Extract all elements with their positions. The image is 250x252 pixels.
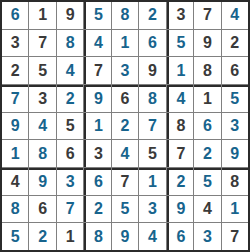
sudoku-cell-r5c5[interactable]: 2 bbox=[112, 113, 138, 140]
sudoku-cell-r7c4[interactable]: 6 bbox=[84, 168, 110, 195]
sudoku-cell-r1c2[interactable]: 1 bbox=[29, 2, 55, 29]
sudoku-cell-r2c7[interactable]: 5 bbox=[167, 30, 193, 57]
sudoku-cell-r3c4[interactable]: 7 bbox=[84, 57, 110, 84]
sudoku-cell-r1c1[interactable]: 6 bbox=[2, 2, 28, 29]
sudoku-cell-r7c3[interactable]: 3 bbox=[57, 168, 83, 195]
sudoku-cell-r4c7[interactable]: 4 bbox=[167, 85, 193, 112]
sudoku-cell-r2c2[interactable]: 7 bbox=[29, 30, 55, 57]
sudoku-cell-r1c4[interactable]: 5 bbox=[84, 2, 110, 29]
sudoku-cell-r2c3[interactable]: 8 bbox=[57, 30, 83, 57]
sudoku-cell-r2c4[interactable]: 4 bbox=[84, 30, 110, 57]
sudoku-board: 6195823743784165922547391867329684159451… bbox=[0, 0, 250, 252]
sudoku-cell-r3c5[interactable]: 3 bbox=[112, 57, 138, 84]
sudoku-cell-r5c9[interactable]: 3 bbox=[222, 113, 248, 140]
sudoku-cell-r4c2[interactable]: 3 bbox=[29, 85, 55, 112]
sudoku-cell-r5c7[interactable]: 8 bbox=[167, 113, 193, 140]
sudoku-cell-r6c5[interactable]: 4 bbox=[112, 140, 138, 167]
sudoku-cell-r5c6[interactable]: 7 bbox=[139, 113, 165, 140]
sudoku-cell-r4c5[interactable]: 6 bbox=[112, 85, 138, 112]
sudoku-cell-r5c8[interactable]: 6 bbox=[194, 113, 220, 140]
sudoku-cell-r8c2[interactable]: 6 bbox=[29, 196, 55, 223]
sudoku-cell-r9c1[interactable]: 5 bbox=[2, 223, 28, 250]
sudoku-cell-r3c7[interactable]: 1 bbox=[167, 57, 193, 84]
sudoku-cell-r6c7[interactable]: 7 bbox=[167, 140, 193, 167]
sudoku-cell-r7c2[interactable]: 9 bbox=[29, 168, 55, 195]
sudoku-cell-r1c6[interactable]: 2 bbox=[139, 2, 165, 29]
sudoku-cell-r4c1[interactable]: 7 bbox=[2, 85, 28, 112]
sudoku-cell-r9c6[interactable]: 4 bbox=[139, 223, 165, 250]
sudoku-cell-r3c1[interactable]: 2 bbox=[2, 57, 28, 84]
sudoku-cell-r1c9[interactable]: 4 bbox=[222, 2, 248, 29]
sudoku-cell-r1c7[interactable]: 3 bbox=[167, 2, 193, 29]
sudoku-cell-r6c4[interactable]: 3 bbox=[84, 140, 110, 167]
sudoku-cell-r2c5[interactable]: 1 bbox=[112, 30, 138, 57]
sudoku-cell-r6c9[interactable]: 9 bbox=[222, 140, 248, 167]
sudoku-cell-r8c9[interactable]: 1 bbox=[222, 196, 248, 223]
sudoku-cell-r9c8[interactable]: 3 bbox=[194, 223, 220, 250]
sudoku-cell-r4c6[interactable]: 8 bbox=[139, 85, 165, 112]
sudoku-cell-r5c2[interactable]: 4 bbox=[29, 113, 55, 140]
sudoku-cell-r5c4[interactable]: 1 bbox=[84, 113, 110, 140]
sudoku-cell-r9c2[interactable]: 2 bbox=[29, 223, 55, 250]
sudoku-cell-r9c3[interactable]: 1 bbox=[57, 223, 83, 250]
sudoku-cell-r3c2[interactable]: 5 bbox=[29, 57, 55, 84]
sudoku-cell-r2c1[interactable]: 3 bbox=[2, 30, 28, 57]
sudoku-cell-r3c9[interactable]: 6 bbox=[222, 57, 248, 84]
sudoku-cell-r3c6[interactable]: 9 bbox=[139, 57, 165, 84]
sudoku-cell-r2c6[interactable]: 6 bbox=[139, 30, 165, 57]
sudoku-cell-r4c8[interactable]: 1 bbox=[194, 85, 220, 112]
sudoku-cell-r4c3[interactable]: 2 bbox=[57, 85, 83, 112]
sudoku-cell-r8c5[interactable]: 5 bbox=[112, 196, 138, 223]
sudoku-cell-r9c5[interactable]: 9 bbox=[112, 223, 138, 250]
sudoku-cell-r9c9[interactable]: 7 bbox=[222, 223, 248, 250]
sudoku-cell-r7c6[interactable]: 1 bbox=[139, 168, 165, 195]
sudoku-cell-r8c8[interactable]: 4 bbox=[194, 196, 220, 223]
sudoku-cell-r9c7[interactable]: 6 bbox=[167, 223, 193, 250]
sudoku-cell-r9c4[interactable]: 8 bbox=[84, 223, 110, 250]
sudoku-cell-r5c3[interactable]: 5 bbox=[57, 113, 83, 140]
sudoku-cell-r7c8[interactable]: 5 bbox=[194, 168, 220, 195]
sudoku-cell-r7c9[interactable]: 8 bbox=[222, 168, 248, 195]
sudoku-cell-r5c1[interactable]: 9 bbox=[2, 113, 28, 140]
sudoku-cell-r6c8[interactable]: 2 bbox=[194, 140, 220, 167]
sudoku-cell-r4c9[interactable]: 5 bbox=[222, 85, 248, 112]
sudoku-cell-r8c1[interactable]: 8 bbox=[2, 196, 28, 223]
sudoku-cell-r7c5[interactable]: 7 bbox=[112, 168, 138, 195]
sudoku-cell-r7c7[interactable]: 2 bbox=[167, 168, 193, 195]
sudoku-cell-r6c3[interactable]: 6 bbox=[57, 140, 83, 167]
sudoku-cell-r1c8[interactable]: 7 bbox=[194, 2, 220, 29]
sudoku-cell-r8c3[interactable]: 7 bbox=[57, 196, 83, 223]
sudoku-cell-r1c3[interactable]: 9 bbox=[57, 2, 83, 29]
sudoku-cell-r3c3[interactable]: 4 bbox=[57, 57, 83, 84]
sudoku-cell-r6c1[interactable]: 1 bbox=[2, 140, 28, 167]
sudoku-cell-r7c1[interactable]: 4 bbox=[2, 168, 28, 195]
sudoku-cell-r6c2[interactable]: 8 bbox=[29, 140, 55, 167]
sudoku-cell-r8c6[interactable]: 3 bbox=[139, 196, 165, 223]
sudoku-cell-r3c8[interactable]: 8 bbox=[194, 57, 220, 84]
sudoku-cell-r8c7[interactable]: 9 bbox=[167, 196, 193, 223]
sudoku-cell-r2c9[interactable]: 2 bbox=[222, 30, 248, 57]
sudoku-cell-r8c4[interactable]: 2 bbox=[84, 196, 110, 223]
sudoku-cell-r2c8[interactable]: 9 bbox=[194, 30, 220, 57]
sudoku-cell-r1c5[interactable]: 8 bbox=[112, 2, 138, 29]
sudoku-cell-r4c4[interactable]: 9 bbox=[84, 85, 110, 112]
sudoku-cell-r6c6[interactable]: 5 bbox=[139, 140, 165, 167]
